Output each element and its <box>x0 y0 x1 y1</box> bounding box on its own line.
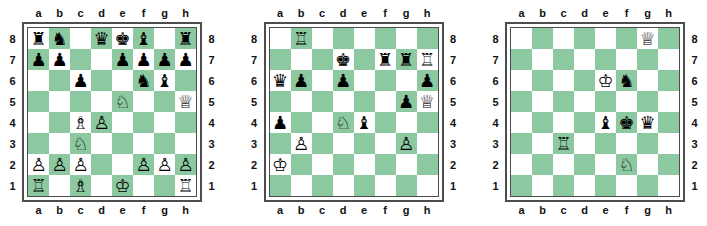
square-b3[interactable] <box>49 133 70 154</box>
square-d6[interactable] <box>574 70 595 91</box>
square-f1[interactable] <box>133 175 154 196</box>
square-c8[interactable] <box>70 28 91 49</box>
piece-white-queen-icon: ♕ <box>177 93 193 111</box>
square-d4[interactable]: ♙ <box>91 112 112 133</box>
piece-white-king-icon: ♔ <box>114 177 130 195</box>
square-h6[interactable] <box>658 70 679 91</box>
rank-label-5: 5 <box>202 91 221 112</box>
square-d3[interactable] <box>333 133 354 154</box>
square-g5[interactable] <box>154 91 175 112</box>
piece-white-rook-icon: ♖ <box>177 177 193 195</box>
rank-label-8: 8 <box>486 28 505 49</box>
file-label-d: d <box>91 8 112 22</box>
rank-label-1: 1 <box>3 175 22 196</box>
file-label-d: d <box>574 8 595 22</box>
square-g6[interactable] <box>396 70 417 91</box>
piece-white-queen-icon: ♕ <box>639 30 655 48</box>
square-g7[interactable]: ♜ <box>396 49 417 70</box>
square-c6[interactable]: ♟ <box>70 70 91 91</box>
file-label-c: c <box>70 8 91 22</box>
square-c2[interactable]: ♙ <box>70 154 91 175</box>
square-b8[interactable]: ♞ <box>49 28 70 49</box>
square-c7[interactable] <box>70 49 91 70</box>
square-c3[interactable]: ♖ <box>553 133 574 154</box>
rank-label-4: 4 <box>3 112 22 133</box>
square-h2[interactable] <box>417 154 438 175</box>
square-f8[interactable] <box>375 28 396 49</box>
rank-labels-right: 87654321 <box>444 22 463 202</box>
piece-black-bishop-icon: ♝ <box>597 114 613 132</box>
square-g8[interactable]: ♕ <box>637 28 658 49</box>
square-b5[interactable] <box>49 91 70 112</box>
rank-label-3: 3 <box>685 133 704 154</box>
rank-label-8: 8 <box>245 28 264 49</box>
square-d5[interactable] <box>91 91 112 112</box>
square-d4[interactable] <box>574 112 595 133</box>
rank-label-7: 7 <box>202 49 221 70</box>
square-d8[interactable]: ♛ <box>91 28 112 49</box>
file-label-h: h <box>417 202 438 216</box>
square-d7[interactable]: ♚ <box>333 49 354 70</box>
square-b3[interactable] <box>532 133 553 154</box>
square-d1[interactable] <box>333 175 354 196</box>
rank-label-3: 3 <box>444 133 463 154</box>
square-d2[interactable] <box>574 154 595 175</box>
square-a6[interactable]: ♛ <box>270 70 291 91</box>
file-label-h: h <box>658 202 679 216</box>
square-d1[interactable] <box>91 175 112 196</box>
chess-board-3: abcdefgh87654321♕♔♞♝♚♛♖♘87654321abcdefgh <box>486 0 704 226</box>
square-e1[interactable] <box>595 175 616 196</box>
square-f8[interactable] <box>616 28 637 49</box>
square-b6[interactable] <box>532 70 553 91</box>
square-e3[interactable] <box>112 133 133 154</box>
file-label-b: b <box>49 202 70 216</box>
square-b8[interactable] <box>532 28 553 49</box>
file-label-a: a <box>270 8 291 22</box>
square-h7[interactable]: ♟ <box>175 49 196 70</box>
file-label-b: b <box>532 202 553 216</box>
square-g5[interactable] <box>637 91 658 112</box>
piece-white-king-icon: ♔ <box>272 156 288 174</box>
square-e2[interactable] <box>354 154 375 175</box>
square-e2[interactable] <box>595 154 616 175</box>
rank-label-5: 5 <box>444 91 463 112</box>
rank-label-3: 3 <box>486 133 505 154</box>
piece-black-queen-icon: ♛ <box>93 30 109 48</box>
square-f7[interactable]: ♜ <box>375 49 396 70</box>
board-middle: 87654321♜♞♛♚♝♜♟♟♟♟♟♟♟♞♝♘♕♗♙♘♙♙♙♙♙♙♖♗♔♖87… <box>3 22 221 202</box>
square-e1[interactable]: ♔ <box>112 175 133 196</box>
piece-white-rook-icon: ♖ <box>30 177 46 195</box>
square-g2[interactable] <box>637 154 658 175</box>
square-g8[interactable] <box>154 28 175 49</box>
square-a8[interactable] <box>511 28 532 49</box>
square-c4[interactable] <box>553 112 574 133</box>
square-c4[interactable]: ♗ <box>70 112 91 133</box>
piece-black-rook-icon: ♜ <box>30 30 46 48</box>
rank-label-4: 4 <box>202 112 221 133</box>
square-f1[interactable] <box>616 175 637 196</box>
square-d8[interactable] <box>574 28 595 49</box>
square-d2[interactable] <box>333 154 354 175</box>
square-c8[interactable] <box>553 28 574 49</box>
square-h4[interactable] <box>175 112 196 133</box>
square-a5[interactable] <box>28 91 49 112</box>
square-b8[interactable]: ♖ <box>291 28 312 49</box>
square-g7[interactable] <box>637 49 658 70</box>
square-f5[interactable] <box>133 91 154 112</box>
square-e5[interactable] <box>595 91 616 112</box>
file-labels-bottom: abcdefgh <box>511 202 704 224</box>
file-label-b: b <box>49 8 70 22</box>
file-label-g: g <box>396 202 417 216</box>
square-d6[interactable]: ♟ <box>333 70 354 91</box>
square-f4[interactable]: ♚ <box>616 112 637 133</box>
square-f2[interactable]: ♘ <box>616 154 637 175</box>
rank-label-2: 2 <box>3 154 22 175</box>
file-label-a: a <box>28 8 49 22</box>
square-d7[interactable] <box>91 49 112 70</box>
board-2-squares: ♖♚♜♜♖♛♟♟♟♟♕♟♘♝♙♙♔ <box>269 27 439 197</box>
square-f4[interactable] <box>133 112 154 133</box>
square-h8[interactable]: ♜ <box>175 28 196 49</box>
square-d7[interactable] <box>574 49 595 70</box>
square-f5[interactable] <box>616 91 637 112</box>
square-f6[interactable] <box>375 70 396 91</box>
square-d6[interactable] <box>91 70 112 91</box>
square-a2[interactable]: ♔ <box>270 154 291 175</box>
piece-black-pawn-icon: ♟ <box>51 51 67 69</box>
board-1-squares: ♜♞♛♚♝♜♟♟♟♟♟♟♟♞♝♘♕♗♙♘♙♙♙♙♙♙♖♗♔♖ <box>27 27 197 197</box>
square-d2[interactable] <box>91 154 112 175</box>
piece-black-king-icon: ♚ <box>114 30 130 48</box>
square-e4[interactable]: ♝ <box>354 112 375 133</box>
square-e4[interactable]: ♝ <box>595 112 616 133</box>
piece-black-pawn-icon: ♟ <box>30 51 46 69</box>
square-a6[interactable] <box>511 70 532 91</box>
square-b2[interactable] <box>532 154 553 175</box>
square-h6[interactable]: ♟ <box>417 70 438 91</box>
file-label-f: f <box>616 8 637 22</box>
square-a7[interactable] <box>270 49 291 70</box>
square-b3[interactable]: ♙ <box>291 133 312 154</box>
rank-labels-left: 87654321 <box>486 22 505 202</box>
square-a6[interactable] <box>28 70 49 91</box>
chess-board-2: abcdefgh87654321♖♚♜♜♖♛♟♟♟♟♕♟♘♝♙♙♔8765432… <box>245 0 463 226</box>
square-a1[interactable] <box>511 175 532 196</box>
file-label-g: g <box>396 8 417 22</box>
piece-black-rook-icon: ♜ <box>398 51 414 69</box>
file-labels-top: abcdefgh <box>511 0 704 22</box>
rank-label-4: 4 <box>245 112 264 133</box>
square-h7[interactable] <box>658 49 679 70</box>
file-label-a: a <box>28 202 49 216</box>
square-b5[interactable] <box>291 91 312 112</box>
piece-white-rook-icon: ♖ <box>293 30 309 48</box>
square-h5[interactable] <box>658 91 679 112</box>
square-d8[interactable] <box>333 28 354 49</box>
square-c2[interactable] <box>312 154 333 175</box>
square-b4[interactable] <box>291 112 312 133</box>
square-g6[interactable] <box>637 70 658 91</box>
square-h4[interactable] <box>417 112 438 133</box>
square-c3[interactable] <box>312 133 333 154</box>
square-f6[interactable]: ♞ <box>133 70 154 91</box>
file-label-a: a <box>511 8 532 22</box>
piece-black-knight-icon: ♞ <box>135 72 151 90</box>
square-g4[interactable] <box>154 112 175 133</box>
square-b2[interactable]: ♙ <box>49 154 70 175</box>
square-e3[interactable] <box>595 133 616 154</box>
square-h3[interactable] <box>175 133 196 154</box>
square-h8[interactable] <box>417 28 438 49</box>
square-g8[interactable] <box>396 28 417 49</box>
piece-black-rook-icon: ♜ <box>377 51 393 69</box>
square-g3[interactable]: ♙ <box>396 133 417 154</box>
square-f1[interactable] <box>375 175 396 196</box>
square-h4[interactable] <box>658 112 679 133</box>
square-a8[interactable] <box>270 28 291 49</box>
square-a4[interactable]: ♟ <box>270 112 291 133</box>
rank-label-5: 5 <box>3 91 22 112</box>
square-h3[interactable] <box>417 133 438 154</box>
square-e2[interactable] <box>112 154 133 175</box>
square-h1[interactable]: ♖ <box>175 175 196 196</box>
rank-label-6: 6 <box>245 70 264 91</box>
square-g6[interactable]: ♝ <box>154 70 175 91</box>
square-h3[interactable] <box>658 133 679 154</box>
square-d3[interactable] <box>574 133 595 154</box>
square-a1[interactable]: ♖ <box>28 175 49 196</box>
square-g3[interactable] <box>154 133 175 154</box>
square-d5[interactable] <box>574 91 595 112</box>
rank-label-2: 2 <box>685 154 704 175</box>
square-e6[interactable] <box>354 70 375 91</box>
square-a2[interactable] <box>511 154 532 175</box>
rank-labels-right: 87654321 <box>685 22 704 202</box>
square-f3[interactable] <box>133 133 154 154</box>
square-a4[interactable] <box>28 112 49 133</box>
piece-black-pawn-icon: ♟ <box>335 72 351 90</box>
piece-white-pawn-icon: ♙ <box>93 114 109 132</box>
square-a7[interactable]: ♟ <box>28 49 49 70</box>
piece-white-pawn-icon: ♙ <box>135 156 151 174</box>
file-labels-bottom: abcdefgh <box>28 202 221 224</box>
square-f7[interactable]: ♟ <box>133 49 154 70</box>
square-c6[interactable] <box>553 70 574 91</box>
square-e6[interactable] <box>112 70 133 91</box>
square-c5[interactable] <box>553 91 574 112</box>
rank-label-6: 6 <box>685 70 704 91</box>
square-d3[interactable] <box>91 133 112 154</box>
piece-white-rook-icon: ♖ <box>555 135 571 153</box>
rank-label-8: 8 <box>444 28 463 49</box>
rank-label-3: 3 <box>245 133 264 154</box>
rank-label-8: 8 <box>685 28 704 49</box>
square-e7[interactable]: ♟ <box>112 49 133 70</box>
square-h6[interactable] <box>175 70 196 91</box>
square-f2[interactable]: ♙ <box>133 154 154 175</box>
file-label-e: e <box>595 8 616 22</box>
rank-label-2: 2 <box>444 154 463 175</box>
piece-black-king-icon: ♚ <box>335 51 351 69</box>
square-c5[interactable] <box>312 91 333 112</box>
square-g4[interactable] <box>396 112 417 133</box>
chess-board-1: abcdefgh87654321♜♞♛♚♝♜♟♟♟♟♟♟♟♞♝♘♕♗♙♘♙♙♙♙… <box>3 0 221 226</box>
square-b6[interactable]: ♟ <box>291 70 312 91</box>
piece-white-queen-icon: ♕ <box>419 93 435 111</box>
square-a3[interactable] <box>270 133 291 154</box>
square-e7[interactable] <box>354 49 375 70</box>
square-c7[interactable] <box>553 49 574 70</box>
square-c4[interactable] <box>312 112 333 133</box>
file-label-h: h <box>175 8 196 22</box>
square-a3[interactable] <box>28 133 49 154</box>
rank-label-2: 2 <box>245 154 264 175</box>
square-d5[interactable] <box>333 91 354 112</box>
square-h2[interactable]: ♙ <box>175 154 196 175</box>
file-label-g: g <box>637 202 658 216</box>
square-c1[interactable]: ♗ <box>70 175 91 196</box>
square-e5[interactable] <box>354 91 375 112</box>
square-f6[interactable]: ♞ <box>616 70 637 91</box>
board-3-squares: ♕♔♞♝♚♛♖♘ <box>510 27 680 197</box>
board-middle: 87654321♕♔♞♝♚♛♖♘87654321 <box>486 22 704 202</box>
square-c1[interactable] <box>553 175 574 196</box>
square-f7[interactable] <box>616 49 637 70</box>
square-f3[interactable] <box>616 133 637 154</box>
rank-label-5: 5 <box>685 91 704 112</box>
square-a2[interactable]: ♙ <box>28 154 49 175</box>
square-b1[interactable] <box>291 175 312 196</box>
file-labels-bottom: abcdefgh <box>270 202 463 224</box>
square-h7[interactable]: ♖ <box>417 49 438 70</box>
square-f3[interactable] <box>375 133 396 154</box>
square-h5[interactable]: ♕ <box>175 91 196 112</box>
square-c5[interactable] <box>70 91 91 112</box>
piece-white-pawn-icon: ♙ <box>51 156 67 174</box>
square-e1[interactable] <box>354 175 375 196</box>
piece-black-pawn-icon: ♟ <box>419 72 435 90</box>
square-b1[interactable] <box>532 175 553 196</box>
square-g7[interactable]: ♟ <box>154 49 175 70</box>
board-middle: 87654321♖♚♜♜♖♛♟♟♟♟♕♟♘♝♙♙♔87654321 <box>245 22 463 202</box>
square-g2[interactable] <box>396 154 417 175</box>
file-label-f: f <box>375 8 396 22</box>
piece-black-bishop-icon: ♝ <box>356 114 372 132</box>
square-e7[interactable] <box>595 49 616 70</box>
file-label-c: c <box>553 8 574 22</box>
rank-labels-right: 87654321 <box>202 22 221 202</box>
square-a8[interactable]: ♜ <box>28 28 49 49</box>
chess-diagrams-row: abcdefgh87654321♜♞♛♚♝♜♟♟♟♟♟♟♟♞♝♘♕♗♙♘♙♙♙♙… <box>0 0 707 226</box>
piece-white-bishop-icon: ♗ <box>72 114 88 132</box>
square-e8[interactable]: ♚ <box>112 28 133 49</box>
square-e6[interactable]: ♔ <box>595 70 616 91</box>
rank-label-5: 5 <box>245 91 264 112</box>
square-e3[interactable] <box>354 133 375 154</box>
square-e5[interactable]: ♘ <box>112 91 133 112</box>
square-h1[interactable] <box>658 175 679 196</box>
square-h8[interactable] <box>658 28 679 49</box>
square-c6[interactable] <box>312 70 333 91</box>
file-label-e: e <box>112 8 133 22</box>
square-h1[interactable] <box>417 175 438 196</box>
square-e8[interactable] <box>354 28 375 49</box>
rank-label-1: 1 <box>245 175 264 196</box>
square-c3[interactable]: ♘ <box>70 133 91 154</box>
piece-white-king-icon: ♔ <box>597 72 613 90</box>
square-e8[interactable] <box>595 28 616 49</box>
piece-black-pawn-icon: ♟ <box>135 51 151 69</box>
rank-label-7: 7 <box>486 49 505 70</box>
square-b2[interactable] <box>291 154 312 175</box>
square-c8[interactable] <box>312 28 333 49</box>
square-f4[interactable] <box>375 112 396 133</box>
square-c2[interactable] <box>553 154 574 175</box>
rank-label-7: 7 <box>444 49 463 70</box>
square-f2[interactable] <box>375 154 396 175</box>
square-b1[interactable] <box>49 175 70 196</box>
square-a1[interactable] <box>270 175 291 196</box>
rank-label-7: 7 <box>3 49 22 70</box>
square-b7[interactable]: ♟ <box>49 49 70 70</box>
square-a5[interactable] <box>270 91 291 112</box>
piece-white-knight-icon: ♘ <box>618 156 634 174</box>
square-d4[interactable]: ♘ <box>333 112 354 133</box>
square-a5[interactable] <box>511 91 532 112</box>
square-g1[interactable] <box>637 175 658 196</box>
square-e4[interactable] <box>112 112 133 133</box>
square-h2[interactable] <box>658 154 679 175</box>
square-h5[interactable]: ♕ <box>417 91 438 112</box>
square-b4[interactable] <box>532 112 553 133</box>
square-c1[interactable] <box>312 175 333 196</box>
rank-label-1: 1 <box>202 175 221 196</box>
square-b5[interactable] <box>532 91 553 112</box>
rank-label-4: 4 <box>444 112 463 133</box>
square-b7[interactable] <box>532 49 553 70</box>
square-g2[interactable]: ♙ <box>154 154 175 175</box>
square-a4[interactable] <box>511 112 532 133</box>
square-b4[interactable] <box>49 112 70 133</box>
square-b6[interactable] <box>49 70 70 91</box>
square-c7[interactable] <box>312 49 333 70</box>
square-d1[interactable] <box>574 175 595 196</box>
square-g5[interactable]: ♟ <box>396 91 417 112</box>
square-b7[interactable] <box>291 49 312 70</box>
rank-label-2: 2 <box>486 154 505 175</box>
square-g3[interactable] <box>637 133 658 154</box>
piece-black-bishop-icon: ♝ <box>135 30 151 48</box>
rank-labels-left: 87654321 <box>245 22 264 202</box>
piece-white-knight-icon: ♘ <box>72 135 88 153</box>
square-g1[interactable] <box>396 175 417 196</box>
square-a3[interactable] <box>511 133 532 154</box>
file-label-a: a <box>511 202 532 216</box>
square-f8[interactable]: ♝ <box>133 28 154 49</box>
square-g4[interactable]: ♛ <box>637 112 658 133</box>
piece-black-pawn-icon: ♟ <box>398 93 414 111</box>
square-g1[interactable] <box>154 175 175 196</box>
square-f5[interactable] <box>375 91 396 112</box>
piece-black-pawn-icon: ♟ <box>156 51 172 69</box>
piece-white-pawn-icon: ♙ <box>177 156 193 174</box>
rank-label-1: 1 <box>444 175 463 196</box>
square-a7[interactable] <box>511 49 532 70</box>
piece-black-pawn-icon: ♟ <box>293 72 309 90</box>
